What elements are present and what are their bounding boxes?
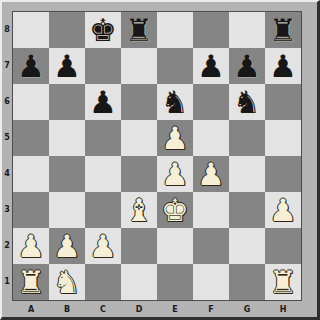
square-c3[interactable]: [85, 192, 121, 228]
black-piece-r-d8[interactable]: ♜: [121, 12, 157, 48]
square-g1[interactable]: [229, 264, 265, 300]
square-h2[interactable]: [265, 228, 301, 264]
white-piece-n-b1[interactable]: ♞: [49, 264, 85, 300]
white-piece-k-e3[interactable]: ♚: [157, 192, 193, 228]
black-piece-p-h7[interactable]: ♟: [265, 48, 301, 84]
white-piece-p-a2[interactable]: ♟: [13, 228, 49, 264]
square-c1[interactable]: [85, 264, 121, 300]
square-e2[interactable]: [157, 228, 193, 264]
square-g8[interactable]: [229, 12, 265, 48]
square-g2[interactable]: [229, 228, 265, 264]
square-g5[interactable]: [229, 120, 265, 156]
square-f1[interactable]: [193, 264, 229, 300]
square-f6[interactable]: [193, 84, 229, 120]
square-h5[interactable]: [265, 120, 301, 156]
white-piece-b-d3[interactable]: ♝: [121, 192, 157, 228]
rank-label-6: 6: [3, 84, 11, 120]
square-e8[interactable]: [157, 12, 193, 48]
file-label-f: F: [193, 303, 229, 317]
white-piece-p-e5[interactable]: ♟: [157, 120, 193, 156]
square-b6[interactable]: [49, 84, 85, 120]
square-a3[interactable]: [13, 192, 49, 228]
file-label-b: B: [49, 303, 85, 317]
black-piece-p-b7[interactable]: ♟: [49, 48, 85, 84]
rank-label-3: 3: [3, 192, 11, 228]
square-g4[interactable]: [229, 156, 265, 192]
file-label-h: H: [265, 303, 301, 317]
rank-label-8: 8: [3, 12, 11, 48]
square-d6[interactable]: [121, 84, 157, 120]
black-piece-p-g7[interactable]: ♟: [229, 48, 265, 84]
white-piece-p-h3[interactable]: ♟: [265, 192, 301, 228]
square-e1[interactable]: [157, 264, 193, 300]
black-piece-p-f7[interactable]: ♟: [193, 48, 229, 84]
square-a5[interactable]: [13, 120, 49, 156]
file-label-a: A: [13, 303, 49, 317]
square-h6[interactable]: [265, 84, 301, 120]
black-piece-n-g6[interactable]: ♞: [229, 84, 265, 120]
square-b3[interactable]: [49, 192, 85, 228]
square-c7[interactable]: [85, 48, 121, 84]
square-g3[interactable]: [229, 192, 265, 228]
rank-label-7: 7: [3, 48, 11, 84]
square-e7[interactable]: [157, 48, 193, 84]
rank-label-5: 5: [3, 120, 11, 156]
white-piece-p-e4[interactable]: ♟: [157, 156, 193, 192]
square-h4[interactable]: [265, 156, 301, 192]
rank-label-4: 4: [3, 156, 11, 192]
file-label-d: D: [121, 303, 157, 317]
square-c4[interactable]: [85, 156, 121, 192]
black-piece-p-c6[interactable]: ♟: [85, 84, 121, 120]
square-d4[interactable]: [121, 156, 157, 192]
white-piece-r-h1[interactable]: ♜: [265, 264, 301, 300]
file-label-g: G: [229, 303, 265, 317]
square-b5[interactable]: [49, 120, 85, 156]
white-piece-r-a1[interactable]: ♜: [13, 264, 49, 300]
square-d2[interactable]: [121, 228, 157, 264]
black-piece-p-a7[interactable]: ♟: [13, 48, 49, 84]
chess-diagram-frame: ♜♞♜♟♟♟♝♚♟♟♟♟♟♞♞♟♟♟♟♟♚♜♜ 87654321 ABCDEFG…: [0, 0, 320, 320]
white-piece-p-c2[interactable]: ♟: [85, 228, 121, 264]
square-d5[interactable]: [121, 120, 157, 156]
black-piece-n-e6[interactable]: ♞: [157, 84, 193, 120]
square-a6[interactable]: [13, 84, 49, 120]
file-label-e: E: [157, 303, 193, 317]
white-piece-p-b2[interactable]: ♟: [49, 228, 85, 264]
square-d7[interactable]: [121, 48, 157, 84]
square-b8[interactable]: [49, 12, 85, 48]
square-b4[interactable]: [49, 156, 85, 192]
square-f2[interactable]: [193, 228, 229, 264]
white-piece-p-f4[interactable]: ♟: [193, 156, 229, 192]
black-piece-r-h8[interactable]: ♜: [265, 12, 301, 48]
file-label-c: C: [85, 303, 121, 317]
rank-label-1: 1: [3, 264, 11, 300]
square-c5[interactable]: [85, 120, 121, 156]
square-f3[interactable]: [193, 192, 229, 228]
square-d1[interactable]: [121, 264, 157, 300]
rank-label-2: 2: [3, 228, 11, 264]
square-a8[interactable]: [13, 12, 49, 48]
chess-board: ♜♞♜♟♟♟♝♚♟♟♟♟♟♞♞♟♟♟♟♟♚♜♜: [12, 11, 302, 301]
square-f8[interactable]: [193, 12, 229, 48]
square-a4[interactable]: [13, 156, 49, 192]
square-f5[interactable]: [193, 120, 229, 156]
black-piece-k-c8[interactable]: ♚: [85, 12, 121, 48]
